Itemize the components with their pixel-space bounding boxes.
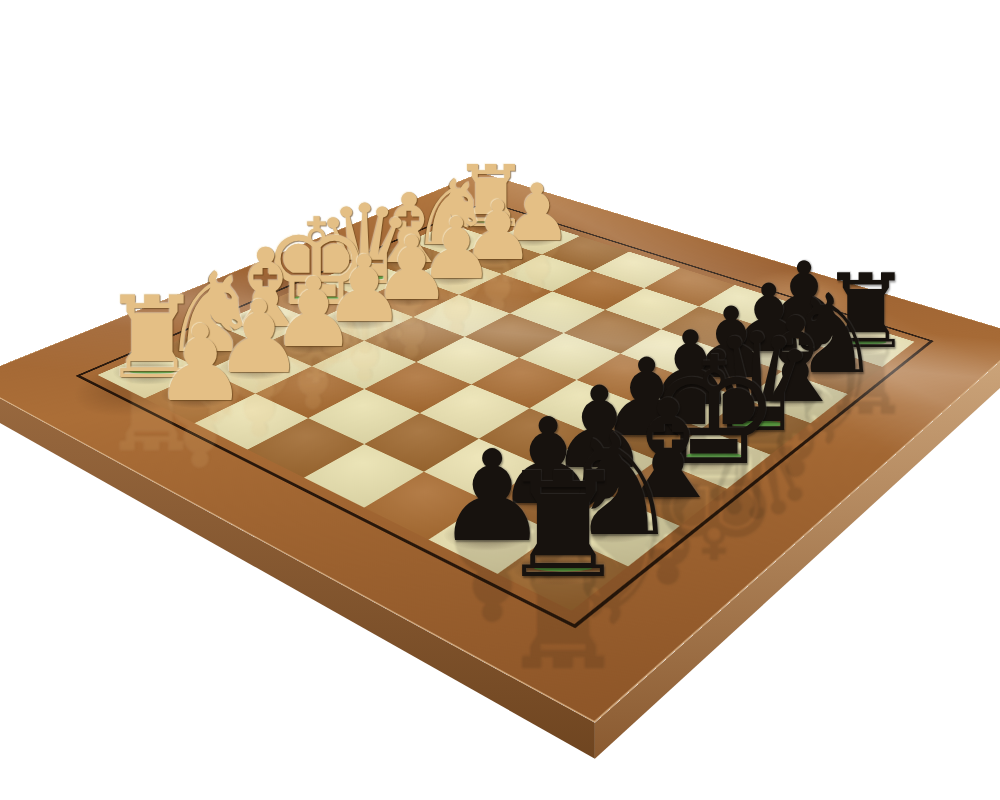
chess-set-photo: ♜♜♟♟♞♞♟♟♝♝♟♟♛♛♟♟♚♚♟♟♝♝♟♟♟♟♜♜♞♞♟♟♟♟♞♞♜♜♟♟… [0, 0, 1000, 800]
